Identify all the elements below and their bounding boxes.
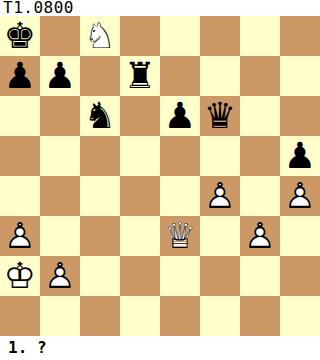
white-pawn-piece-outline: ♙ [200,176,240,216]
square-g5[interactable] [240,136,280,176]
square-c6[interactable]: ♞ [80,96,120,136]
square-b1[interactable] [40,296,80,336]
square-g6[interactable] [240,96,280,136]
square-e6[interactable]: ♟ [160,96,200,136]
white-pawn-piece-outline: ♙ [240,216,280,256]
chess-puzzle-app: T1.0800 ♚♞♘♟♟♜♞♟♛♟♟♙♟♙♟♙♛♕♟♙♚♔♟♙ 1. ? [0,0,320,360]
square-h2[interactable] [280,256,320,296]
square-e5[interactable] [160,136,200,176]
black-king-piece: ♚ [0,16,40,56]
square-b8[interactable] [40,16,80,56]
square-d3[interactable] [120,216,160,256]
square-b2[interactable]: ♟♙ [40,256,80,296]
white-knight-piece-outline: ♘ [80,16,120,56]
square-h4[interactable]: ♟♙ [280,176,320,216]
square-a6[interactable] [0,96,40,136]
white-queen-piece-outline: ♕ [160,216,200,256]
white-pawn-piece: ♟ [0,216,40,256]
square-f1[interactable] [200,296,240,336]
square-f2[interactable] [200,256,240,296]
square-a8[interactable]: ♚ [0,16,40,56]
square-g2[interactable] [240,256,280,296]
white-knight-piece: ♞ [80,16,120,56]
square-h8[interactable] [280,16,320,56]
square-h3[interactable] [280,216,320,256]
white-pawn-piece-outline: ♙ [280,176,320,216]
square-f3[interactable] [200,216,240,256]
square-c3[interactable] [80,216,120,256]
square-a2[interactable]: ♚♔ [0,256,40,296]
square-h6[interactable] [280,96,320,136]
black-knight-piece: ♞ [80,96,120,136]
square-f8[interactable] [200,16,240,56]
square-a4[interactable] [0,176,40,216]
square-d1[interactable] [120,296,160,336]
white-queen-piece: ♛ [160,216,200,256]
black-rook-piece: ♜ [120,56,160,96]
square-b5[interactable] [40,136,80,176]
chess-board: ♚♞♘♟♟♜♞♟♛♟♟♙♟♙♟♙♛♕♟♙♚♔♟♙ [0,16,320,336]
square-c1[interactable] [80,296,120,336]
square-e8[interactable] [160,16,200,56]
square-d4[interactable] [120,176,160,216]
square-f5[interactable] [200,136,240,176]
square-d7[interactable]: ♜ [120,56,160,96]
black-pawn-piece: ♟ [160,96,200,136]
white-king-piece: ♚ [0,256,40,296]
white-pawn-piece: ♟ [40,256,80,296]
square-h7[interactable] [280,56,320,96]
square-e7[interactable] [160,56,200,96]
square-d2[interactable] [120,256,160,296]
white-pawn-piece-outline: ♙ [0,216,40,256]
white-pawn-piece: ♟ [200,176,240,216]
square-f6[interactable]: ♛ [200,96,240,136]
square-h5[interactable]: ♟ [280,136,320,176]
square-a3[interactable]: ♟♙ [0,216,40,256]
square-b4[interactable] [40,176,80,216]
square-d5[interactable] [120,136,160,176]
black-pawn-piece: ♟ [40,56,80,96]
black-queen-piece: ♛ [200,96,240,136]
square-b3[interactable] [40,216,80,256]
square-e4[interactable] [160,176,200,216]
square-c4[interactable] [80,176,120,216]
square-g1[interactable] [240,296,280,336]
square-a5[interactable] [0,136,40,176]
black-pawn-piece: ♟ [0,56,40,96]
square-c2[interactable] [80,256,120,296]
square-e2[interactable] [160,256,200,296]
square-f4[interactable]: ♟♙ [200,176,240,216]
square-c8[interactable]: ♞♘ [80,16,120,56]
white-pawn-piece: ♟ [240,216,280,256]
square-c5[interactable] [80,136,120,176]
square-g4[interactable] [240,176,280,216]
square-e3[interactable]: ♛♕ [160,216,200,256]
white-king-piece-outline: ♔ [0,256,40,296]
square-g7[interactable] [240,56,280,96]
square-g8[interactable] [240,16,280,56]
square-a7[interactable]: ♟ [0,56,40,96]
square-d6[interactable] [120,96,160,136]
puzzle-title: T1.0800 [3,0,74,16]
white-pawn-piece-outline: ♙ [40,256,80,296]
square-g3[interactable]: ♟♙ [240,216,280,256]
square-c7[interactable] [80,56,120,96]
square-f7[interactable] [200,56,240,96]
square-a1[interactable] [0,296,40,336]
black-pawn-piece: ♟ [280,136,320,176]
square-b7[interactable]: ♟ [40,56,80,96]
white-pawn-piece: ♟ [280,176,320,216]
square-b6[interactable] [40,96,80,136]
square-h1[interactable] [280,296,320,336]
square-e1[interactable] [160,296,200,336]
move-prompt: 1. ? [8,336,47,360]
square-d8[interactable] [120,16,160,56]
